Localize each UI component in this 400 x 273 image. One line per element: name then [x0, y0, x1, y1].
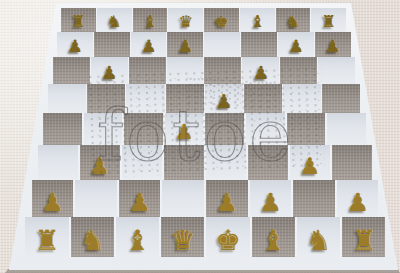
square-e6: [204, 57, 241, 84]
piece-black-pawn: ♟: [325, 38, 340, 55]
rank-2: ♟♟♟♟♟: [32, 180, 379, 217]
piece-white-bishop: ♝: [125, 227, 150, 255]
piece-white-pawn: ♟: [346, 190, 368, 215]
piece-black-bishop: ♝: [143, 14, 157, 30]
square-b2: [75, 180, 117, 217]
square-h7: ♟: [315, 32, 351, 57]
square-f7: [241, 32, 277, 57]
square-e2: ♟: [206, 180, 248, 217]
piece-white-pawn: ♟: [128, 190, 150, 215]
piece-white-bishop: ♝: [261, 227, 286, 255]
square-b1: ♞: [71, 217, 114, 257]
square-c8: ♝: [133, 8, 168, 32]
photo-background: ♜♞♝♛♚♝♞♜♟♟♟♟♟♟♟♟♟♟♟♟♟♟♟♟♜♞♝♛♚♝♞♜ fotoe: [0, 0, 400, 273]
square-c7: ♟: [131, 32, 167, 57]
rank-4: ♟: [43, 113, 366, 145]
square-f6: ♟: [242, 57, 279, 84]
square-c6: [129, 57, 166, 84]
square-f1: ♝: [252, 217, 295, 257]
square-f5: [244, 84, 282, 113]
square-d5: [166, 84, 204, 113]
piece-white-queen: ♛: [170, 227, 195, 255]
square-g4: [287, 113, 326, 145]
square-f4: [246, 113, 285, 145]
square-a1: ♜: [25, 217, 68, 257]
piece-black-pawn: ♟: [178, 38, 193, 55]
square-d7: ♟: [167, 32, 203, 57]
square-a4: [43, 113, 82, 145]
square-g5: [283, 84, 321, 113]
piece-white-pawn: ♟: [259, 190, 281, 215]
square-f8: ♝: [240, 8, 275, 32]
piece-white-knight: ♞: [80, 227, 105, 255]
square-a8: ♜: [61, 8, 96, 32]
square-g3: ♟: [290, 145, 330, 180]
square-a2: ♟: [32, 180, 74, 217]
square-h2: ♟: [337, 180, 379, 217]
square-c5: [126, 84, 164, 113]
square-d2: [162, 180, 204, 217]
piece-black-pawn: ♟: [288, 38, 303, 55]
piece-black-rook: ♜: [71, 14, 85, 30]
piece-black-queen: ♛: [178, 14, 192, 30]
rank-3: ♟♟: [38, 145, 372, 180]
square-c3: [122, 145, 162, 180]
square-e5: ♟: [205, 84, 243, 113]
square-a3: [38, 145, 78, 180]
square-h1: ♜: [342, 217, 385, 257]
square-a6: [53, 57, 90, 84]
square-b7: [94, 32, 130, 57]
square-h8: ♜: [311, 8, 346, 32]
square-g7: ♟: [278, 32, 314, 57]
rank-1: ♜♞♝♛♚♝♞♜: [25, 217, 385, 257]
piece-black-pawn: ♟: [141, 38, 156, 55]
square-b6: ♟: [91, 57, 128, 84]
piece-black-pawn: ♟: [215, 92, 232, 111]
piece-black-pawn: ♟: [101, 64, 117, 82]
piece-black-rook: ♜: [322, 14, 336, 30]
square-d8: ♛: [168, 8, 203, 32]
square-b3: ♟: [80, 145, 120, 180]
square-d4: ♟: [165, 113, 204, 145]
piece-white-rook: ♜: [34, 227, 59, 255]
square-c2: ♟: [119, 180, 161, 217]
piece-white-knight: ♞: [306, 227, 331, 255]
piece-white-rook: ♜: [351, 227, 376, 255]
square-b4: [84, 113, 123, 145]
square-f3: [248, 145, 288, 180]
piece-black-king: ♚: [214, 14, 228, 30]
rank-8: ♜♞♝♛♚♝♞♜: [61, 8, 346, 32]
square-d6: [167, 57, 204, 84]
square-b8: ♞: [97, 8, 132, 32]
square-h3: [332, 145, 372, 180]
square-e3: [206, 145, 246, 180]
square-h6: [318, 57, 355, 84]
piece-black-bishop: ♝: [250, 14, 264, 30]
square-d3: [164, 145, 204, 180]
piece-black-knight: ♞: [107, 14, 121, 30]
square-d1: ♛: [161, 217, 204, 257]
rank-5: ♟: [48, 84, 360, 113]
square-g1: ♞: [297, 217, 340, 257]
piece-white-pawn: ♟: [175, 122, 194, 143]
piece-black-pawn: ♟: [67, 38, 82, 55]
square-c4: [124, 113, 163, 145]
piece-white-pawn: ♟: [300, 155, 321, 178]
square-h5: [322, 84, 360, 113]
square-e4: [205, 113, 244, 145]
rank-6: ♟♟: [53, 57, 356, 84]
rank-7: ♟♟♟♟♟: [57, 32, 351, 57]
square-e7: [204, 32, 240, 57]
square-c1: ♝: [116, 217, 159, 257]
piece-white-pawn: ♟: [89, 155, 110, 178]
square-g8: ♞: [276, 8, 311, 32]
square-e1: ♚: [206, 217, 249, 257]
piece-white-king: ♚: [215, 227, 240, 255]
piece-white-pawn: ♟: [216, 190, 238, 215]
square-g2: [293, 180, 335, 217]
square-a7: ♟: [57, 32, 93, 57]
square-a5: [48, 84, 86, 113]
piece-black-pawn: ♟: [253, 64, 269, 82]
square-f2: ♟: [250, 180, 292, 217]
square-b5: [87, 84, 125, 113]
piece-black-knight: ♞: [286, 14, 300, 30]
square-g6: [280, 57, 317, 84]
piece-white-pawn: ♟: [41, 190, 63, 215]
square-h4: [327, 113, 366, 145]
square-e8: ♚: [204, 8, 239, 32]
